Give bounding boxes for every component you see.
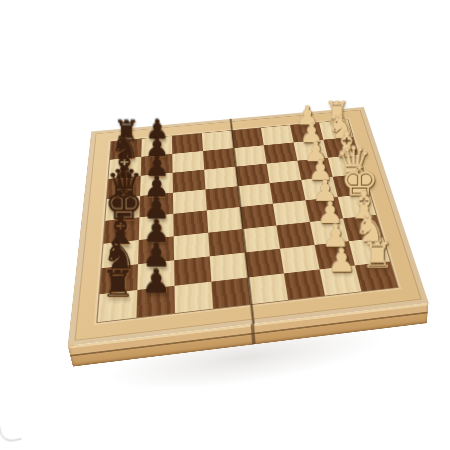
photo-corner-smudge [0, 422, 22, 444]
white-pawn: ♟ [322, 245, 360, 284]
black-pawn: ♟ [137, 265, 176, 305]
folding-chess-box: ♜♟♟♜♞♟♟♞♝♟♟♝♛♟♟♛♚♟♟♚♝♟♟♝♞♟♟♞♜♟♟♜ [68, 107, 429, 346]
product-photo: ♜♟♟♜♞♟♟♞♝♟♟♝♛♟♟♛♚♟♟♚♝♟♟♝♞♟♟♞♜♟♟♜ [0, 0, 450, 450]
black-rook: ♜ [98, 266, 137, 309]
chess-board-scene: ♜♟♟♜♞♟♟♞♝♟♟♝♛♟♟♛♚♟♟♚♝♟♟♝♞♟♟♞♜♟♟♜ [85, 52, 395, 362]
white-rook: ♜ [358, 237, 395, 279]
